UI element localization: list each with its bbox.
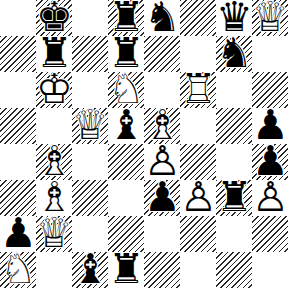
square-f5[interactable] [180,108,216,144]
piece-white-pawn: ♟♙ [180,180,216,216]
square-c8[interactable] [72,0,108,36]
square-d3[interactable] [108,180,144,216]
square-g1[interactable] [216,252,252,288]
square-c5[interactable]: ♛♕ [72,108,108,144]
piece-white-pawn: ♟♙ [252,180,288,216]
square-e1[interactable] [144,252,180,288]
square-c3[interactable] [72,180,108,216]
square-h1[interactable] [252,252,288,288]
square-a7[interactable] [0,36,36,72]
square-f8[interactable] [180,0,216,36]
piece-black-bishop: ♝ [108,108,144,144]
square-f3[interactable]: ♟♙ [180,180,216,216]
square-g5[interactable] [216,108,252,144]
piece-white-queen: ♛♕ [36,216,72,252]
square-d4[interactable] [108,144,144,180]
square-b1[interactable] [36,252,72,288]
square-a8[interactable] [0,0,36,36]
square-f1[interactable] [180,252,216,288]
square-a6[interactable] [0,72,36,108]
white-queen-outline-layer: ♕ [72,108,108,144]
piece-white-king: ♚♔ [36,72,72,108]
piece-white-queen: ♛♕ [72,108,108,144]
white-pawn-outline-layer: ♙ [180,180,216,216]
square-h8[interactable]: ♛♕ [252,0,288,36]
white-queen-outline-layer: ♕ [252,0,288,36]
square-h7[interactable] [252,36,288,72]
square-g2[interactable] [216,216,252,252]
square-e2[interactable] [144,216,180,252]
square-c1[interactable]: ♝ [72,252,108,288]
piece-black-rook: ♜ [108,252,144,288]
square-f2[interactable] [180,216,216,252]
white-king-outline-layer: ♔ [36,72,72,108]
square-a1[interactable]: ♞♘ [0,252,36,288]
white-queen-outline-layer: ♕ [36,216,72,252]
square-e8[interactable]: ♞ [144,0,180,36]
square-e3[interactable]: ♟ [144,180,180,216]
piece-black-knight: ♞ [144,0,180,36]
square-d5[interactable]: ♝ [108,108,144,144]
square-b2[interactable]: ♛♕ [36,216,72,252]
piece-black-knight: ♞ [216,36,252,72]
white-pawn-outline-layer: ♙ [252,180,288,216]
piece-white-knight: ♞♘ [0,252,36,288]
piece-black-rook: ♜ [216,180,252,216]
square-c7[interactable] [72,36,108,72]
square-g3[interactable]: ♜ [216,180,252,216]
white-knight-outline-layer: ♘ [0,252,36,288]
square-c4[interactable] [72,144,108,180]
chess-board: ♚♜♞♛♛♕♜♜♞♚♔♞♘♜♖♛♕♝♝♗♟♝♗♟♙♟♝♗♟♟♙♜♟♙♟♛♕♞♘♝… [0,0,288,288]
square-h2[interactable] [252,216,288,252]
piece-white-rook: ♜♖ [180,72,216,108]
square-d1[interactable]: ♜ [108,252,144,288]
square-f6[interactable]: ♜♖ [180,72,216,108]
piece-black-pawn: ♟ [144,180,180,216]
square-a5[interactable] [0,108,36,144]
square-g6[interactable] [216,72,252,108]
square-e7[interactable] [144,36,180,72]
square-a4[interactable] [0,144,36,180]
square-b6[interactable]: ♚♔ [36,72,72,108]
square-h3[interactable]: ♟♙ [252,180,288,216]
piece-black-bishop: ♝ [72,252,108,288]
white-rook-outline-layer: ♖ [180,72,216,108]
square-g7[interactable]: ♞ [216,36,252,72]
piece-white-queen: ♛♕ [252,0,288,36]
